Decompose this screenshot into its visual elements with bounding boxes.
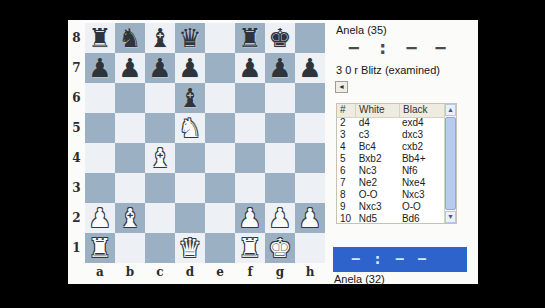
square-h7[interactable]: ♟	[295, 53, 325, 83]
white-move-6[interactable]: Nc3	[356, 165, 399, 177]
white-pawn-h2[interactable]: ♟	[295, 203, 325, 233]
black-pawn-d7[interactable]: ♟	[175, 53, 205, 83]
square-a4[interactable]	[85, 143, 115, 173]
move-rows: 2d4exd43c3dxc34Bc4cxb25Bxb2Bb4+6Nc3Nf67N…	[337, 117, 444, 223]
bottom-player-name: Anela (32)	[334, 273, 385, 285]
square-d1[interactable]: ♛	[175, 233, 205, 263]
black-move-7[interactable]: Nxe4	[399, 177, 444, 189]
square-c5[interactable]	[145, 113, 175, 143]
square-d8[interactable]: ♛	[175, 23, 205, 53]
white-rook-f1[interactable]: ♜	[235, 233, 265, 263]
black-bishop-c8[interactable]: ♝	[145, 23, 175, 53]
scrollbar-thumb[interactable]	[445, 117, 456, 210]
header-move-number: #	[337, 104, 356, 117]
square-d5[interactable]: ♞	[175, 113, 205, 143]
square-h6[interactable]	[295, 83, 325, 113]
square-h1[interactable]	[295, 233, 325, 263]
top-player-clock: − : − −	[348, 36, 449, 58]
square-f7[interactable]: ♟	[235, 53, 265, 83]
black-move-5[interactable]: Bb4+	[399, 153, 444, 165]
black-move-9[interactable]: O-O	[399, 201, 444, 213]
white-king-g1[interactable]: ♚	[265, 233, 295, 263]
black-pawn-a7[interactable]: ♟	[85, 53, 115, 83]
rank-label-4: 4	[68, 143, 85, 173]
header-white: White	[356, 104, 400, 117]
square-d2[interactable]	[175, 203, 205, 233]
rank-label-8: 8	[68, 23, 85, 53]
white-bishop-c4[interactable]: ♝	[145, 143, 175, 173]
square-e6[interactable]	[205, 83, 235, 113]
white-move-8[interactable]: O-O	[356, 189, 399, 201]
black-pawn-h7[interactable]: ♟	[295, 53, 325, 83]
move-row-2: 2d4exd4	[337, 117, 444, 129]
move-number-4: 4	[337, 141, 356, 153]
white-knight-d5[interactable]: ♞	[175, 113, 205, 143]
square-h3[interactable]	[295, 173, 325, 203]
black-pawn-b7[interactable]: ♟	[115, 53, 145, 83]
black-move-3[interactable]: dxc3	[399, 129, 444, 141]
rank-label-5: 5	[68, 113, 85, 143]
black-queen-d8[interactable]: ♛	[175, 23, 205, 53]
top-player-name: Anela (35)	[336, 24, 387, 36]
header-black: Black	[400, 104, 446, 117]
black-knight-b8[interactable]: ♞	[115, 23, 145, 53]
chess-board: ♜♞♝♛♜♚♟♟♟♟♟♟♟♝♞♝♟♝♟♟♟♜♛♜♚	[85, 23, 325, 263]
chess-app-window: 87654321 ♜♞♝♛♜♚♟♟♟♟♟♟♟♝♞♝♟♝♟♟♟♜♛♜♚ abcde…	[68, 20, 478, 284]
square-g8[interactable]: ♚	[265, 23, 295, 53]
file-label-g: g	[265, 264, 295, 281]
bottom-player-clock: − : − −	[333, 247, 467, 272]
square-c6[interactable]	[145, 83, 175, 113]
file-label-c: c	[145, 264, 175, 281]
square-g6[interactable]	[265, 83, 295, 113]
file-labels: abcdefgh	[85, 264, 325, 281]
move-row-6: 6Nc3Nf6	[337, 165, 444, 177]
move-number-10: 10	[337, 213, 356, 223]
black-rook-f8[interactable]: ♜	[235, 23, 265, 53]
game-info-label: 3 0 r Blitz (examined)	[336, 64, 440, 76]
square-g7[interactable]: ♟	[265, 53, 295, 83]
black-move-2[interactable]: exd4	[399, 117, 444, 129]
move-row-9: 9Nxc3O-O	[337, 201, 444, 213]
square-h2[interactable]: ♟	[295, 203, 325, 233]
square-f1[interactable]: ♜	[235, 233, 265, 263]
scroll-down-icon[interactable]: ▼	[445, 211, 456, 223]
square-e4[interactable]	[205, 143, 235, 173]
move-number-7: 7	[337, 177, 356, 189]
white-move-3[interactable]: c3	[356, 129, 399, 141]
square-f5[interactable]	[235, 113, 265, 143]
move-row-7: 7Ne2Nxe4	[337, 177, 444, 189]
collapse-arrow-button[interactable]: ◄	[335, 81, 348, 93]
move-number-5: 5	[337, 153, 356, 165]
move-number-2: 2	[337, 117, 356, 129]
white-queen-d1[interactable]: ♛	[175, 233, 205, 263]
file-label-h: h	[295, 264, 325, 281]
square-a1[interactable]: ♜	[85, 233, 115, 263]
square-h5[interactable]	[295, 113, 325, 143]
move-row-4: 4Bc4cxb2	[337, 141, 444, 153]
scroll-up-icon[interactable]: ▲	[445, 104, 456, 116]
black-move-8[interactable]: Nxc3	[399, 189, 444, 201]
white-pawn-g2[interactable]: ♟	[265, 203, 295, 233]
square-e7[interactable]	[205, 53, 235, 83]
square-a5[interactable]	[85, 113, 115, 143]
square-h4[interactable]	[295, 143, 325, 173]
square-b8[interactable]: ♞	[115, 23, 145, 53]
move-row-3: 3c3dxc3	[337, 129, 444, 141]
file-label-e: e	[205, 264, 235, 281]
black-move-4[interactable]: cxb2	[399, 141, 444, 153]
square-e2[interactable]	[205, 203, 235, 233]
square-e3[interactable]	[205, 173, 235, 203]
square-c7[interactable]: ♟	[145, 53, 175, 83]
white-pawn-f2[interactable]: ♟	[235, 203, 265, 233]
square-d3[interactable]	[175, 173, 205, 203]
square-f4[interactable]	[235, 143, 265, 173]
white-move-7[interactable]: Ne2	[356, 177, 399, 189]
square-f6[interactable]	[235, 83, 265, 113]
square-g3[interactable]	[265, 173, 295, 203]
square-c2[interactable]	[145, 203, 175, 233]
square-c3[interactable]	[145, 173, 175, 203]
square-f3[interactable]	[235, 173, 265, 203]
rank-label-3: 3	[68, 173, 85, 203]
black-move-6[interactable]: Nf6	[399, 165, 444, 177]
square-b7[interactable]: ♟	[115, 53, 145, 83]
square-e1[interactable]	[205, 233, 235, 263]
file-label-a: a	[85, 264, 115, 281]
rank-label-1: 1	[68, 233, 85, 263]
square-b2[interactable]: ♝	[115, 203, 145, 233]
square-h8[interactable]	[295, 23, 325, 53]
square-a7[interactable]: ♟	[85, 53, 115, 83]
square-f8[interactable]: ♜	[235, 23, 265, 53]
black-king-g8[interactable]: ♚	[265, 23, 295, 53]
white-move-5[interactable]: Bxb2	[356, 153, 399, 165]
move-number-3: 3	[337, 129, 356, 141]
square-b4[interactable]	[115, 143, 145, 173]
square-f2[interactable]: ♟	[235, 203, 265, 233]
move-list-table: # White Black 2d4exd43c3dxc34Bc4cxb25Bxb…	[336, 103, 457, 224]
black-pawn-g7[interactable]: ♟	[265, 53, 295, 83]
white-move-10[interactable]: Nd5	[356, 213, 399, 223]
move-row-8: 8O-ONxc3	[337, 189, 444, 201]
move-list-header: # White Black	[337, 104, 456, 118]
square-d6[interactable]: ♝	[175, 83, 205, 113]
video-frame: 87654321 ♜♞♝♛♜♚♟♟♟♟♟♟♟♝♞♝♟♝♟♟♟♜♛♜♚ abcde…	[0, 0, 545, 308]
square-g1[interactable]: ♚	[265, 233, 295, 263]
move-row-5: 5Bxb2Bb4+	[337, 153, 444, 165]
white-move-2[interactable]: d4	[356, 117, 399, 129]
square-b6[interactable]	[115, 83, 145, 113]
square-g5[interactable]	[265, 113, 295, 143]
square-c1[interactable]	[145, 233, 175, 263]
rank-labels: 87654321	[68, 23, 85, 263]
black-pawn-c7[interactable]: ♟	[145, 53, 175, 83]
square-a6[interactable]	[85, 83, 115, 113]
square-e8[interactable]	[205, 23, 235, 53]
rank-label-7: 7	[68, 53, 85, 83]
move-number-8: 8	[337, 189, 356, 201]
square-b3[interactable]	[115, 173, 145, 203]
white-pawn-a2[interactable]: ♟	[85, 203, 115, 233]
white-rook-a1[interactable]: ♜	[85, 233, 115, 263]
rank-label-2: 2	[68, 203, 85, 233]
file-label-b: b	[115, 264, 145, 281]
square-d7[interactable]: ♟	[175, 53, 205, 83]
move-row-10: 10Nd5Bd6	[337, 213, 444, 223]
white-move-4[interactable]: Bc4	[356, 141, 399, 153]
square-b1[interactable]	[115, 233, 145, 263]
white-bishop-b2[interactable]: ♝	[115, 203, 145, 233]
square-d4[interactable]	[175, 143, 205, 173]
square-c8[interactable]: ♝	[145, 23, 175, 53]
square-b5[interactable]	[115, 113, 145, 143]
file-label-d: d	[175, 264, 205, 281]
move-list-scrollbar[interactable]: ▲ ▼	[444, 104, 456, 223]
square-a8[interactable]: ♜	[85, 23, 115, 53]
square-c4[interactable]: ♝	[145, 143, 175, 173]
white-move-9[interactable]: Nxc3	[356, 201, 399, 213]
black-rook-a8[interactable]: ♜	[85, 23, 115, 53]
move-number-9: 9	[337, 201, 356, 213]
black-move-10[interactable]: Bd6	[399, 213, 444, 223]
black-pawn-f7[interactable]: ♟	[235, 53, 265, 83]
square-e5[interactable]	[205, 113, 235, 143]
black-bishop-d6[interactable]: ♝	[175, 83, 205, 113]
square-a2[interactable]: ♟	[85, 203, 115, 233]
rank-label-6: 6	[68, 83, 85, 113]
move-number-6: 6	[337, 165, 356, 177]
file-label-f: f	[235, 264, 265, 281]
square-g4[interactable]	[265, 143, 295, 173]
square-a3[interactable]	[85, 173, 115, 203]
square-g2[interactable]: ♟	[265, 203, 295, 233]
